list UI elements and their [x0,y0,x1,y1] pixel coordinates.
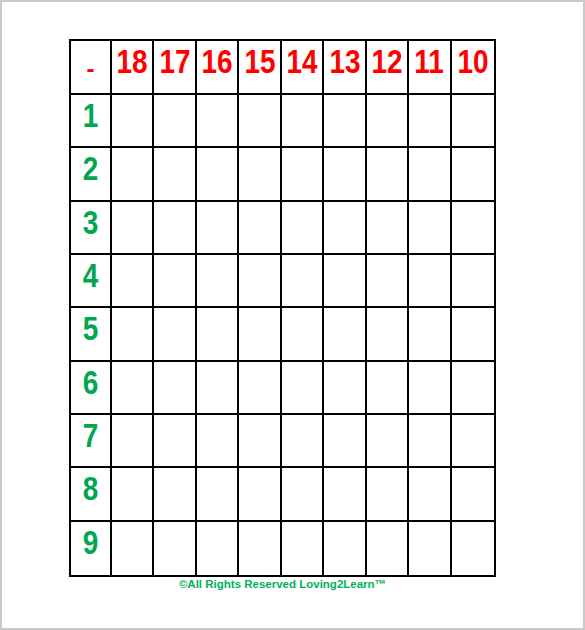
answer-cell-7-minus-14 [282,415,324,468]
answer-cell-1-minus-12 [367,95,409,148]
answer-cell-3-minus-12 [367,202,409,255]
operator-minus-cell-label: - [87,57,95,81]
answer-cell-1-minus-17 [154,95,196,148]
answer-cell-2-minus-13 [324,148,366,201]
answer-cell-9-minus-16 [197,522,239,575]
column-header-15: 15 [239,41,281,95]
column-header-14: 14 [282,41,324,95]
row-header-2-label: 2 [83,151,99,185]
column-header-17-label: 17 [159,44,190,78]
answer-cell-6-minus-13 [324,362,366,415]
answer-cell-7-minus-16 [197,415,239,468]
answer-cell-5-minus-11 [409,308,451,361]
column-header-14-label: 14 [286,44,317,78]
answer-cell-5-minus-15 [239,308,281,361]
answer-cell-9-minus-15 [239,522,281,575]
answer-cell-9-minus-12 [367,522,409,575]
answer-cell-3-minus-11 [409,202,451,255]
answer-cell-4-minus-11 [409,255,451,308]
answer-cell-7-minus-11 [409,415,451,468]
answer-cell-1-minus-11 [409,95,451,148]
answer-cell-2-minus-11 [409,148,451,201]
answer-cell-1-minus-13 [324,95,366,148]
column-header-11-label: 11 [415,44,444,78]
answer-cell-3-minus-17 [154,202,196,255]
answer-cell-9-minus-17 [154,522,196,575]
answer-cell-3-minus-10 [452,202,494,255]
answer-cell-3-minus-14 [282,202,324,255]
answer-cell-9-minus-14 [282,522,324,575]
answer-cell-4-minus-16 [197,255,239,308]
answer-cell-3-minus-15 [239,202,281,255]
worksheet-page: -181716151413121110123456789 ©All Rights… [0,0,585,630]
answer-cell-8-minus-14 [282,468,324,521]
answer-cell-6-minus-17 [154,362,196,415]
answer-cell-4-minus-10 [452,255,494,308]
answer-cell-4-minus-12 [367,255,409,308]
answer-cell-8-minus-10 [452,468,494,521]
answer-cell-4-minus-18 [112,255,154,308]
column-header-15-label: 15 [244,44,275,78]
answer-cell-2-minus-10 [452,148,494,201]
answer-cell-1-minus-18 [112,95,154,148]
answer-cell-4-minus-17 [154,255,196,308]
answer-cell-6-minus-10 [452,362,494,415]
row-header-6: 6 [71,362,112,415]
column-header-10: 10 [452,41,494,95]
answer-cell-9-minus-13 [324,522,366,575]
answer-cell-5-minus-14 [282,308,324,361]
answer-cell-8-minus-12 [367,468,409,521]
answer-cell-6-minus-18 [112,362,154,415]
answer-cell-5-minus-16 [197,308,239,361]
answer-cell-5-minus-13 [324,308,366,361]
row-header-1-label: 1 [83,98,99,132]
answer-cell-9-minus-11 [409,522,451,575]
answer-cell-2-minus-15 [239,148,281,201]
answer-cell-7-minus-13 [324,415,366,468]
answer-cell-5-minus-18 [112,308,154,361]
row-header-2: 2 [71,148,112,201]
column-header-12: 12 [367,41,409,95]
answer-cell-7-minus-17 [154,415,196,468]
answer-cell-8-minus-17 [154,468,196,521]
column-header-16: 16 [197,41,239,95]
row-header-7-label: 7 [83,418,99,452]
answer-cell-6-minus-11 [409,362,451,415]
answer-cell-3-minus-16 [197,202,239,255]
row-header-4: 4 [71,255,112,308]
answer-cell-5-minus-17 [154,308,196,361]
column-header-10-label: 10 [457,44,488,78]
answer-cell-8-minus-18 [112,468,154,521]
answer-cell-5-minus-12 [367,308,409,361]
answer-cell-1-minus-10 [452,95,494,148]
row-header-9-label: 9 [83,525,99,559]
row-header-5-label: 5 [83,311,99,345]
answer-cell-8-minus-16 [197,468,239,521]
answer-cell-5-minus-10 [452,308,494,361]
answer-cell-6-minus-12 [367,362,409,415]
row-header-7: 7 [71,415,112,468]
answer-cell-9-minus-18 [112,522,154,575]
answer-cell-3-minus-13 [324,202,366,255]
row-header-4-label: 4 [83,258,99,292]
row-header-8: 8 [71,468,112,521]
row-header-5: 5 [71,308,112,361]
answer-cell-1-minus-14 [282,95,324,148]
answer-cell-3-minus-18 [112,202,154,255]
row-header-8-label: 8 [83,471,99,505]
answer-cell-2-minus-17 [154,148,196,201]
column-header-12-label: 12 [371,44,402,78]
column-header-13: 13 [324,41,366,95]
answer-cell-4-minus-15 [239,255,281,308]
answer-cell-7-minus-15 [239,415,281,468]
answer-cell-9-minus-10 [452,522,494,575]
column-header-13-label: 13 [329,44,360,78]
row-header-1: 1 [71,95,112,148]
answer-cell-7-minus-10 [452,415,494,468]
row-header-6-label: 6 [83,365,99,399]
answer-cell-2-minus-16 [197,148,239,201]
row-header-3: 3 [71,202,112,255]
row-header-3-label: 3 [83,205,99,239]
answer-cell-6-minus-15 [239,362,281,415]
answer-cell-6-minus-14 [282,362,324,415]
answer-cell-7-minus-12 [367,415,409,468]
row-header-9: 9 [71,522,112,575]
answer-cell-2-minus-18 [112,148,154,201]
column-header-16-label: 16 [202,44,233,78]
answer-cell-4-minus-14 [282,255,324,308]
answer-cell-7-minus-18 [112,415,154,468]
answer-cell-2-minus-12 [367,148,409,201]
copyright-footer: ©All Rights Reserved Loving2Learn™ [69,578,496,592]
operator-minus-cell: - [71,41,112,95]
answer-cell-4-minus-13 [324,255,366,308]
column-header-18: 18 [112,41,154,95]
column-header-17: 17 [154,41,196,95]
answer-cell-8-minus-15 [239,468,281,521]
answer-cell-6-minus-16 [197,362,239,415]
answer-cell-8-minus-13 [324,468,366,521]
subtraction-table-grid: -181716151413121110123456789 [69,39,496,577]
answer-cell-8-minus-11 [409,468,451,521]
answer-cell-1-minus-16 [197,95,239,148]
column-header-18-label: 18 [117,44,148,78]
answer-cell-1-minus-15 [239,95,281,148]
column-header-11: 11 [409,41,451,95]
answer-cell-2-minus-14 [282,148,324,201]
